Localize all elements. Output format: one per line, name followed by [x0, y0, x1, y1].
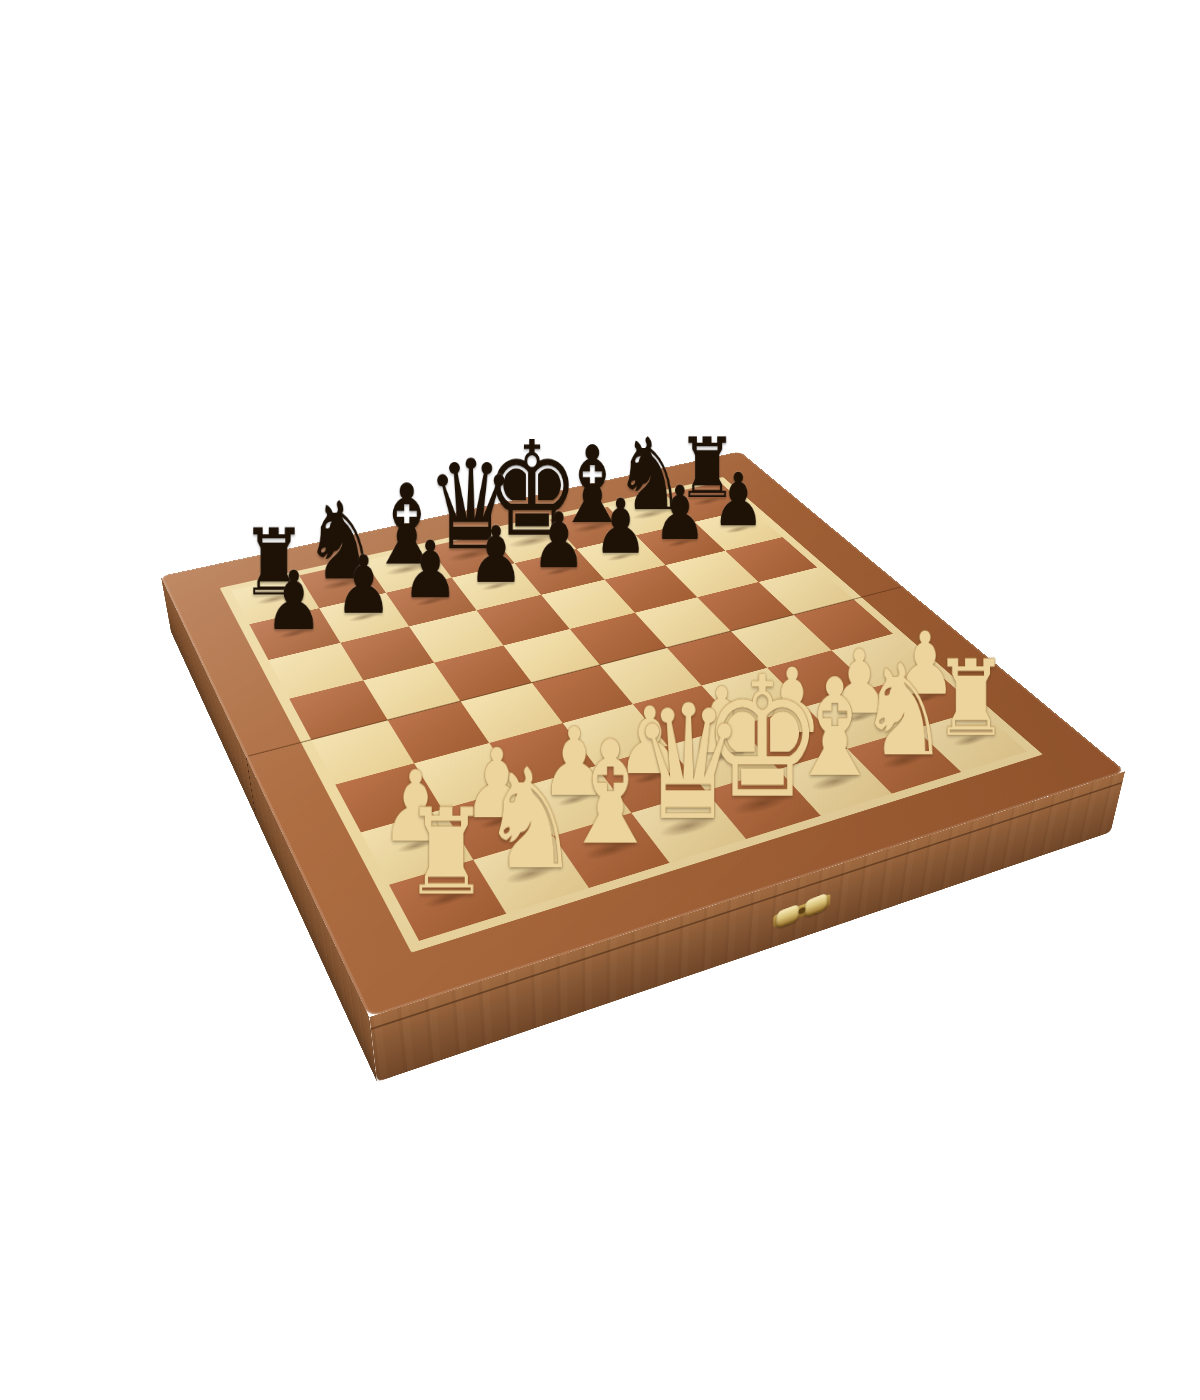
- white-rook-a1[interactable]: ♜: [404, 792, 490, 911]
- white-knight-b1[interactable]: ♞: [480, 750, 579, 888]
- chess-box: ♜♞♝♛♚♝♞♜♟♟♟♟♟♟♟♟♟♟♟♟♟♟♟♟♜♞♝♛♚♝♞♜: [161, 451, 1125, 1017]
- product-photo-scene: ♜♞♝♛♚♝♞♜♟♟♟♟♟♟♟♟♟♟♟♟♟♟♟♟♜♞♝♛♚♝♞♜: [0, 0, 1200, 1400]
